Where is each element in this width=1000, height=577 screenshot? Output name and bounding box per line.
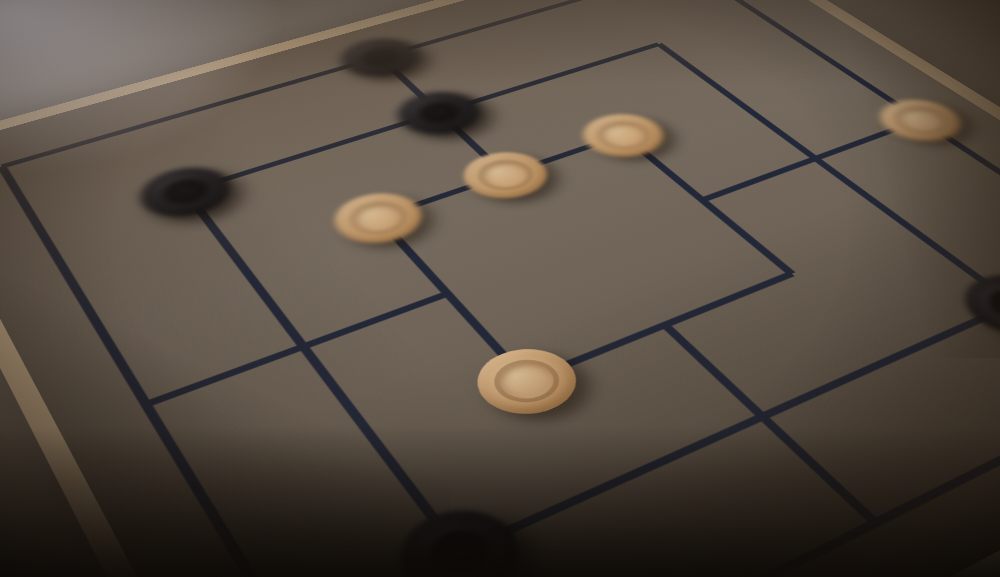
- piece-groove-ring: [340, 196, 416, 241]
- piece-white-d5[interactable]: [449, 144, 562, 207]
- piece-black-d7[interactable]: [329, 31, 433, 83]
- board-photo-scene: [0, 0, 1000, 577]
- piece-center-hole: [979, 284, 1000, 325]
- piece-black-f2[interactable]: [945, 264, 1000, 346]
- points-grid: [0, 0, 1000, 577]
- piece-groove-ring: [468, 154, 543, 196]
- point-b6[interactable]: [93, 139, 281, 250]
- piece-white-c3[interactable]: [460, 338, 595, 427]
- piece-center-hole: [157, 175, 215, 209]
- piece-white-c5[interactable]: [321, 185, 437, 253]
- piece-black-b2[interactable]: [381, 495, 539, 577]
- piece-black-b6[interactable]: [128, 159, 243, 227]
- piece-white-e5[interactable]: [568, 107, 678, 165]
- piece-white-g4[interactable]: [865, 92, 978, 149]
- morris-board: [0, 0, 1000, 577]
- point-a7[interactable]: [0, 116, 93, 222]
- piece-center-hole: [354, 44, 406, 70]
- point-f6[interactable]: [574, 4, 747, 87]
- piece-groove-ring: [884, 102, 958, 139]
- piece-black-d6[interactable]: [384, 84, 494, 143]
- piece-groove-ring: [587, 116, 660, 155]
- piece-groove-ring: [483, 352, 572, 411]
- piece-center-hole: [420, 523, 499, 577]
- point-g7[interactable]: [610, 0, 769, 4]
- point-f2[interactable]: [902, 240, 1000, 375]
- piece-center-hole: [412, 98, 467, 127]
- point-b2[interactable]: [332, 461, 590, 577]
